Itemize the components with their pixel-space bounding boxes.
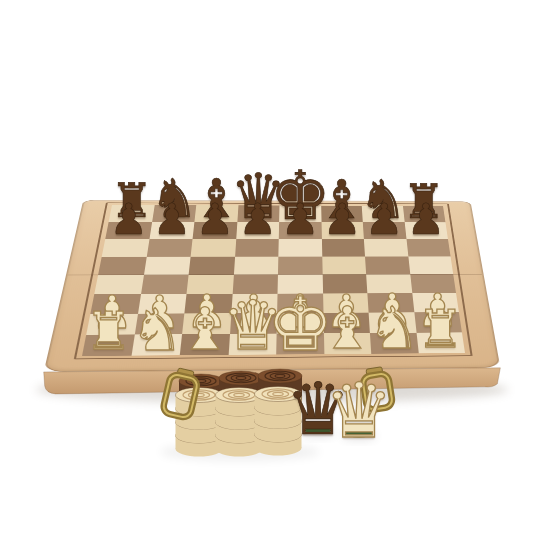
square-c6 xyxy=(191,239,236,257)
checker-stack-light-3 xyxy=(255,387,302,456)
checker-stack-dark-3 xyxy=(258,369,302,407)
felt-base-light-queen xyxy=(345,430,373,438)
spare-queen-shadow xyxy=(341,432,377,441)
board-drop-shadow xyxy=(36,377,509,403)
board-grid xyxy=(82,205,465,356)
square-e6 xyxy=(278,239,321,257)
square-f6 xyxy=(321,239,365,256)
square-c3 xyxy=(184,294,232,314)
chess-set-photo: ♜♞♝♛♚♝♞♜♟♟♟♟♟♟♟♟♟♟♟♟♟♟♟♟♜♞♝♛♚♝♞♜ ♛♛ xyxy=(0,0,540,540)
square-h4 xyxy=(410,274,456,293)
chess-board xyxy=(44,200,501,372)
square-b8 xyxy=(152,205,197,222)
brass-clasp-right xyxy=(361,366,393,411)
square-h5 xyxy=(408,256,453,274)
square-d5 xyxy=(233,256,278,274)
square-a2 xyxy=(86,314,137,335)
board-front-edge xyxy=(44,368,501,394)
square-f7 xyxy=(321,222,364,239)
square-g1 xyxy=(370,332,418,353)
square-d3 xyxy=(231,293,278,313)
checker-stack-dark-1 xyxy=(179,374,223,412)
square-a7 xyxy=(105,222,151,239)
square-d8 xyxy=(237,205,280,222)
square-e2 xyxy=(277,313,324,334)
square-h3 xyxy=(412,293,459,313)
square-g6 xyxy=(364,239,408,256)
square-e3 xyxy=(277,293,323,313)
square-f2 xyxy=(323,313,370,333)
square-d6 xyxy=(235,239,279,257)
square-c1 xyxy=(180,334,230,356)
square-b2 xyxy=(134,313,184,334)
square-g2 xyxy=(369,312,416,332)
square-a8 xyxy=(109,205,155,222)
square-b3 xyxy=(138,294,187,314)
square-h7 xyxy=(404,222,448,239)
spare-dark-queen: ♛ xyxy=(286,373,351,445)
square-f4 xyxy=(322,274,367,293)
felt-base-dark-queen xyxy=(305,427,331,434)
checker-stack-dark-2 xyxy=(219,371,263,409)
square-e7 xyxy=(279,222,322,239)
square-c7 xyxy=(193,222,237,239)
checker-stack-light-2 xyxy=(216,388,263,457)
square-b7 xyxy=(149,222,194,239)
square-f5 xyxy=(322,256,366,274)
square-b5 xyxy=(144,256,191,274)
square-d7 xyxy=(236,222,279,239)
square-a3 xyxy=(90,294,140,314)
square-h1 xyxy=(416,332,465,353)
square-e8 xyxy=(279,206,321,222)
square-d4 xyxy=(232,275,278,294)
square-d2 xyxy=(230,313,278,334)
square-a6 xyxy=(102,239,149,257)
square-c8 xyxy=(194,205,238,222)
brass-clasp-left xyxy=(162,367,200,419)
square-a5 xyxy=(98,256,146,274)
square-b1 xyxy=(131,334,182,356)
square-a1 xyxy=(82,334,134,356)
square-g4 xyxy=(366,274,412,293)
square-f1 xyxy=(323,333,371,354)
square-g3 xyxy=(367,293,414,313)
square-e5 xyxy=(278,256,322,274)
checkers-shadow xyxy=(160,443,320,461)
square-h2 xyxy=(414,312,462,332)
spare-light-queen: ♛ xyxy=(325,373,393,449)
square-g8 xyxy=(362,206,404,222)
square-f3 xyxy=(323,293,369,313)
square-b6 xyxy=(146,239,192,257)
square-e4 xyxy=(278,274,323,293)
square-c4 xyxy=(187,275,234,294)
square-h8 xyxy=(402,206,445,222)
square-g7 xyxy=(363,222,406,239)
checker-stack-light-1 xyxy=(176,388,223,457)
square-b4 xyxy=(141,275,189,294)
square-c2 xyxy=(182,313,231,334)
square-d1 xyxy=(228,333,277,355)
square-c5 xyxy=(189,256,235,274)
spare-queen-shadow xyxy=(300,429,336,438)
square-e1 xyxy=(276,333,324,354)
square-h6 xyxy=(406,239,450,256)
square-a4 xyxy=(94,275,143,294)
square-g5 xyxy=(365,256,410,274)
square-f8 xyxy=(321,206,363,222)
